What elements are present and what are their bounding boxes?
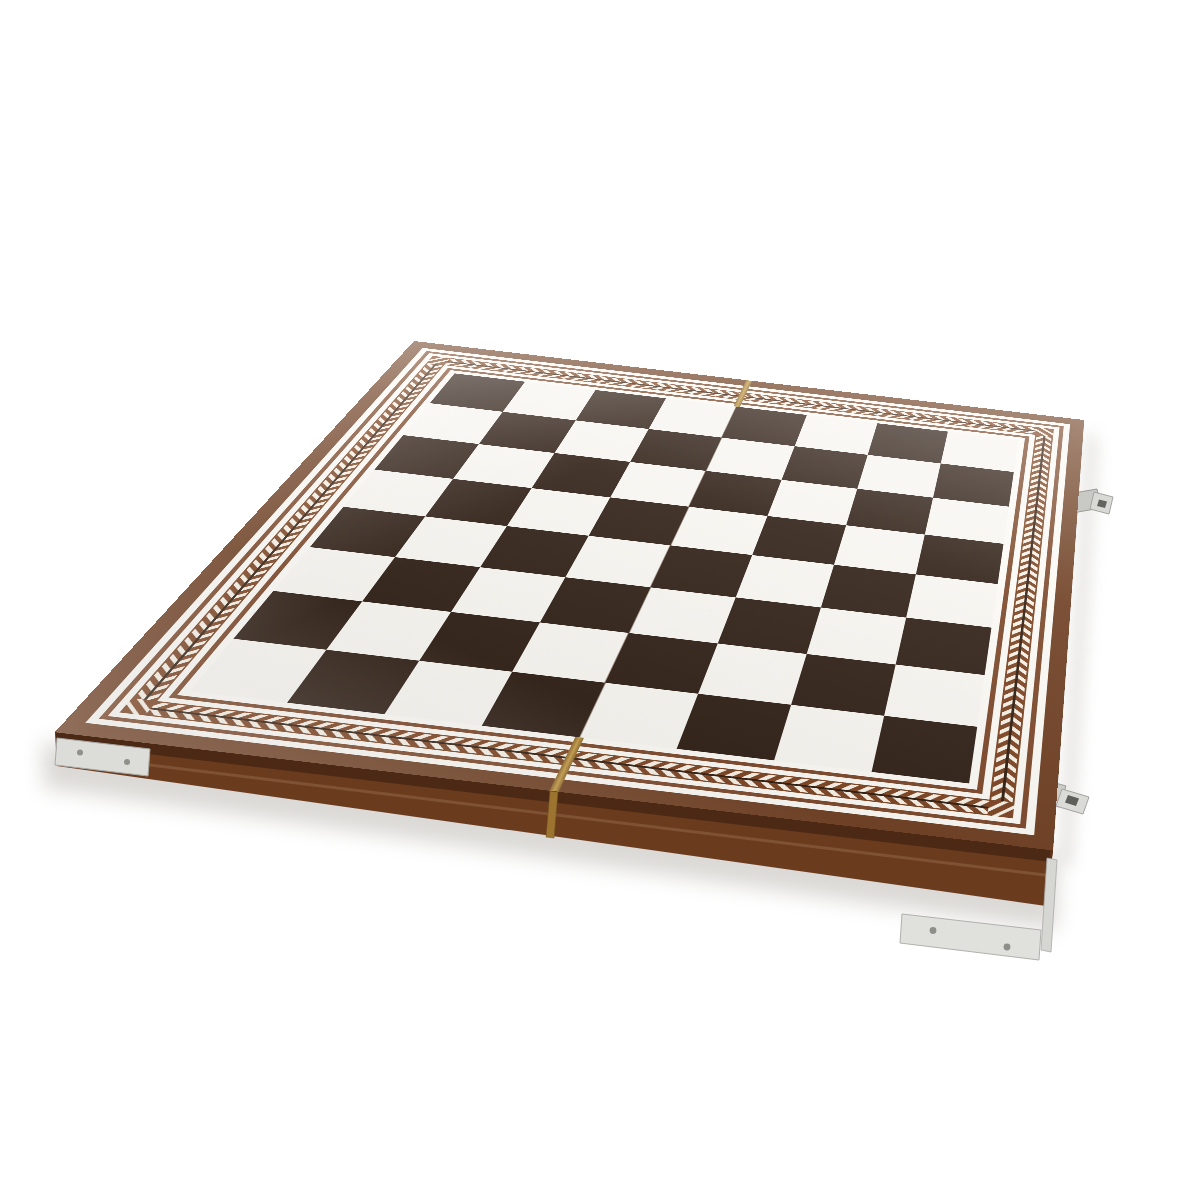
inlay-corner-motif: [987, 800, 1014, 819]
square-g1: [774, 705, 884, 772]
square-h1: [872, 716, 978, 784]
chessboard-product-photo: [0, 0, 1200, 1200]
screw-icon: [77, 750, 83, 756]
screw-icon: [1004, 944, 1011, 951]
square-f1: [677, 694, 791, 761]
screw-icon: [930, 927, 937, 934]
screw-icon: [124, 759, 130, 765]
